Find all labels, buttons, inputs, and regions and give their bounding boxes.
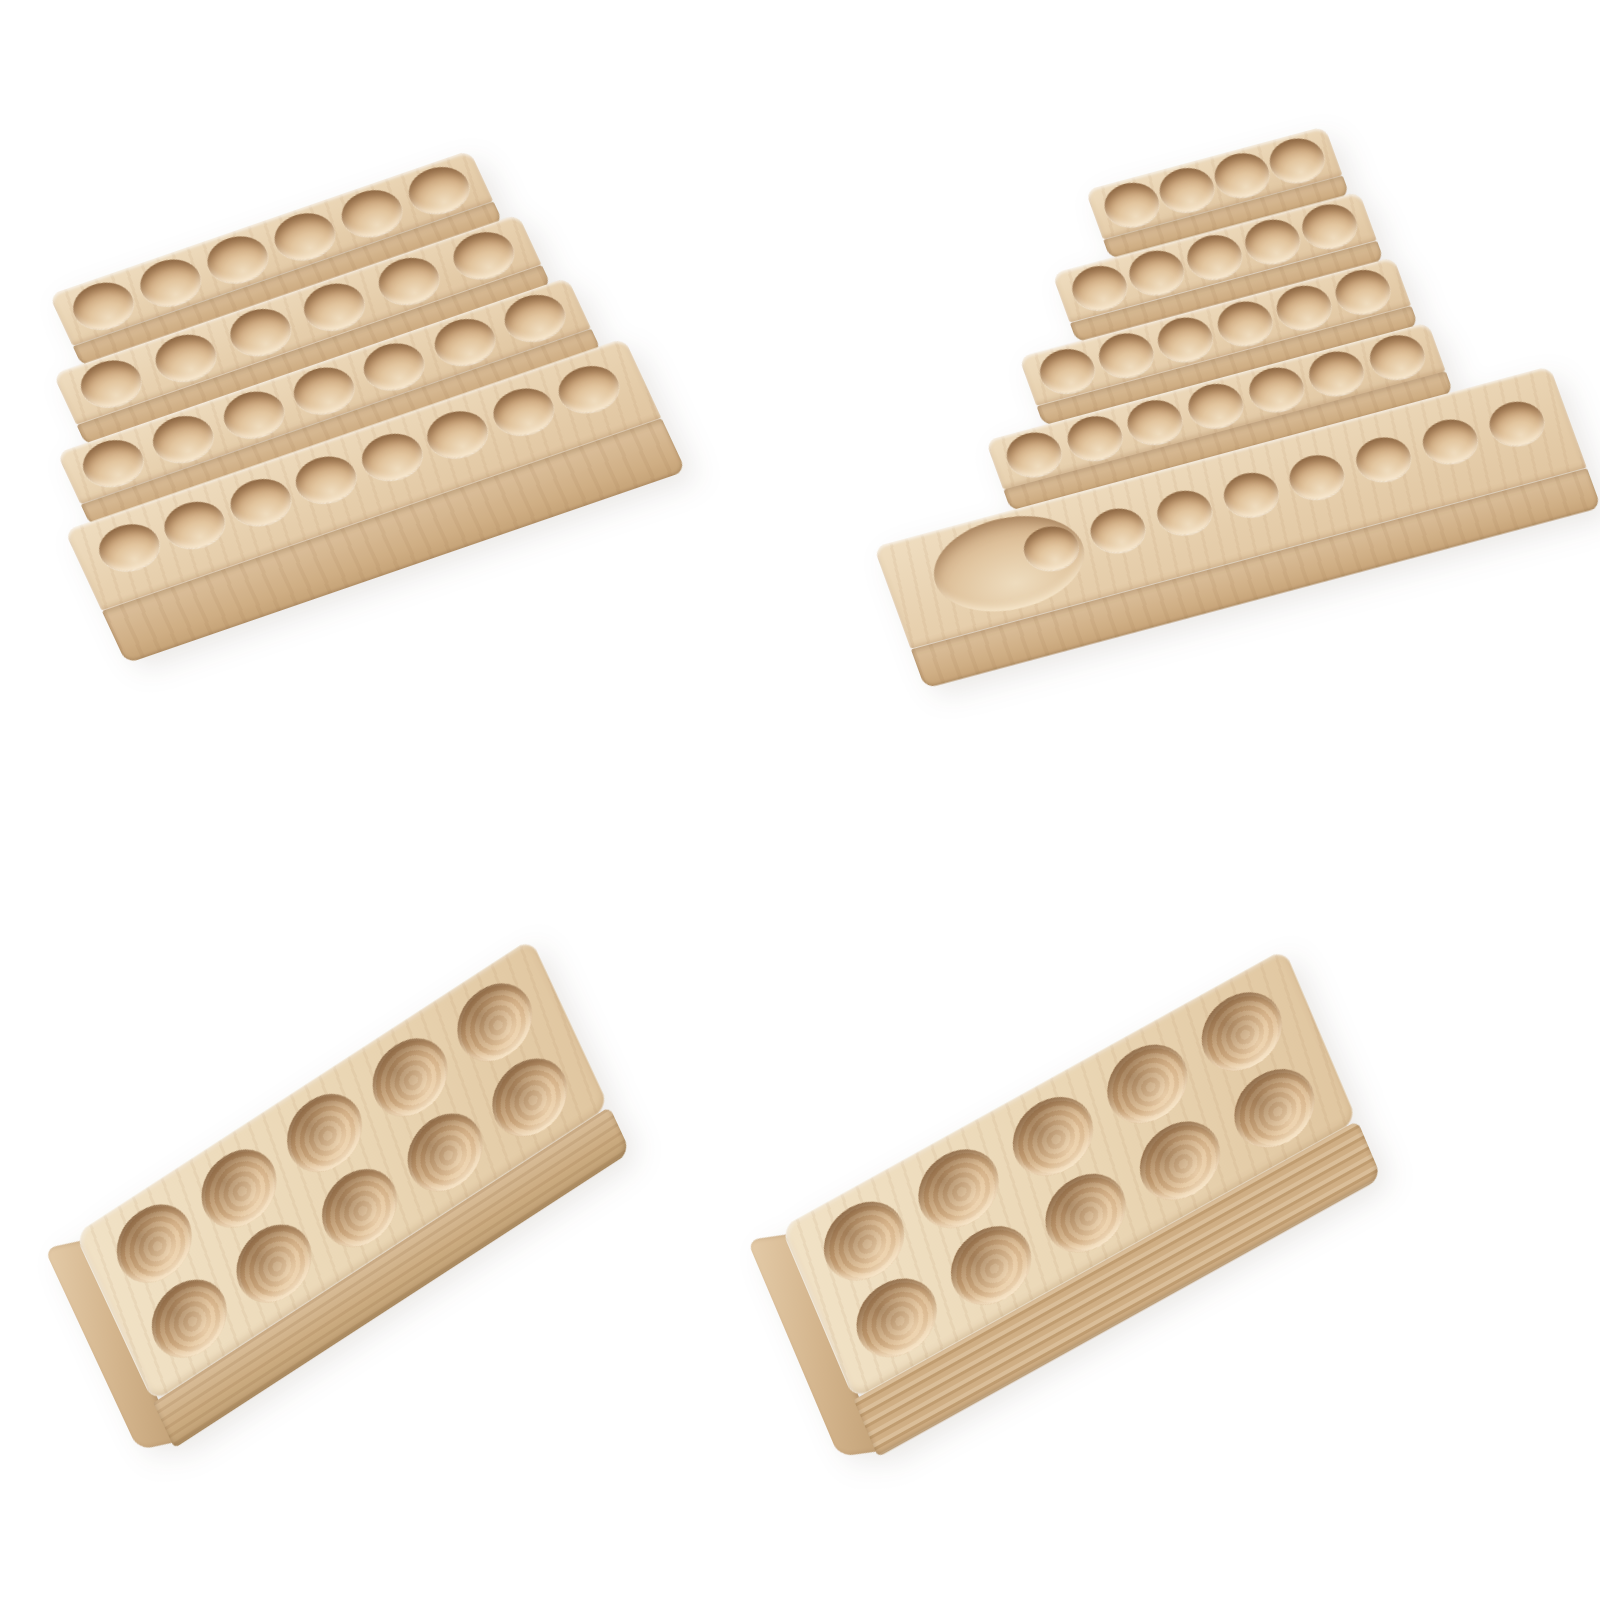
pit-hole (1098, 177, 1165, 232)
pit-hole (1182, 378, 1249, 433)
pit-hole (1121, 394, 1188, 449)
pit-hole (551, 359, 627, 420)
product-photo-stepped-rack-right[interactable] (812, 148, 1570, 640)
pit-hole (1208, 148, 1275, 203)
stepped-rack-right (774, 91, 1600, 690)
pit-hole (1153, 162, 1220, 217)
pit-hole (1416, 414, 1483, 469)
pit-hole (222, 472, 298, 533)
pit-hole (1242, 362, 1309, 417)
pit-hole (1092, 328, 1159, 383)
pit-hole (419, 404, 495, 465)
product-photo-stepped-rack-left[interactable] (18, 150, 658, 655)
stepped-rack-left (0, 128, 701, 679)
pit-hole (1181, 229, 1248, 284)
pit-hole (1150, 485, 1217, 540)
pit-hole (91, 517, 167, 578)
pit-hole (1066, 260, 1133, 315)
pit-hole (1084, 503, 1151, 558)
product-photo-flat-tray-right[interactable] (700, 968, 1424, 1456)
pit-hole (1123, 245, 1190, 300)
pit-hole (1217, 467, 1284, 522)
pit-hole (1263, 133, 1330, 188)
pit-hole (1483, 396, 1550, 451)
pit-hole (1238, 214, 1305, 269)
flat-tray-right (747, 948, 1382, 1477)
pit-hole (288, 449, 364, 510)
pit-hole (1061, 411, 1128, 466)
pit-hole (485, 381, 561, 442)
pit-hole (1363, 330, 1430, 385)
pit-hole (1001, 427, 1068, 482)
pit-hole (1211, 296, 1278, 351)
pit-hole (1270, 280, 1337, 335)
pit-hole (1033, 343, 1100, 398)
pit-hole (1303, 346, 1370, 401)
pit-hole (1283, 449, 1350, 504)
product-collage (0, 0, 1600, 1600)
pit-hole (1350, 431, 1417, 486)
pit-hole (1017, 521, 1084, 576)
pit-hole (157, 494, 233, 555)
flat-tray-left (44, 938, 631, 1470)
pit-hole (354, 426, 430, 487)
product-photo-flat-tray-left[interactable] (18, 958, 640, 1446)
pit-hole (1152, 312, 1219, 367)
pit-hole (1329, 264, 1396, 319)
pit-hole (1296, 199, 1363, 254)
